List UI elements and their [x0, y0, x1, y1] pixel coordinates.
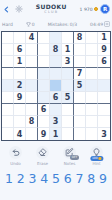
notes-off-badge: OFF: [70, 155, 79, 160]
score-group: 0: [26, 22, 35, 27]
cell-r3c4[interactable]: [38, 56, 50, 68]
hint-button[interactable]: 100 Hint: [88, 146, 105, 166]
cell-r8c7[interactable]: [74, 116, 86, 128]
cell-r5c2[interactable]: 2: [14, 80, 26, 92]
cell-r3c3[interactable]: [26, 56, 38, 68]
cell-r1c9[interactable]: 1: [98, 32, 110, 44]
cell-r6c3[interactable]: [26, 92, 38, 104]
hint-label: Hint: [92, 161, 100, 166]
cell-r7c5[interactable]: [50, 104, 62, 116]
cell-r4c4[interactable]: [38, 68, 50, 80]
cell-r2c1[interactable]: [2, 44, 14, 56]
cell-r5c8[interactable]: [86, 80, 98, 92]
mistakes-label: Mistakes:: [48, 22, 69, 27]
cell-r3c1[interactable]: [2, 56, 14, 68]
numpad-4[interactable]: 4: [39, 171, 49, 186]
mistakes-value: 0/3: [70, 22, 77, 27]
difficulty-label[interactable]: Hard: [2, 22, 13, 27]
undo-label: Undo: [10, 161, 20, 166]
cell-r7c9[interactable]: [98, 104, 110, 116]
cell-r8c1[interactable]: [2, 116, 14, 128]
timer-value: 04:49: [90, 22, 103, 27]
cell-r7c3[interactable]: [26, 104, 38, 116]
cell-r7c1[interactable]: [2, 104, 14, 116]
numpad-9[interactable]: 9: [98, 171, 108, 186]
cell-r7c7[interactable]: [74, 104, 86, 116]
cell-r2c8[interactable]: [86, 44, 98, 56]
gear-icon: [15, 5, 23, 13]
pause-button[interactable]: [104, 21, 110, 27]
cell-r1c1[interactable]: [2, 32, 14, 44]
cell-r9c4[interactable]: 9: [38, 128, 50, 140]
cell-r1c8[interactable]: [86, 32, 98, 44]
hint-cost-badge: 100: [90, 156, 103, 161]
cell-r4c6[interactable]: [62, 68, 74, 80]
cell-r8c8[interactable]: [86, 116, 98, 128]
undo-icon: [9, 146, 22, 159]
number-pad: 123456789: [0, 171, 112, 186]
eraser-icon: [36, 146, 49, 159]
cell-r5c7[interactable]: 5: [74, 80, 86, 92]
cell-r6c9[interactable]: [98, 92, 110, 104]
trophy-icon: [26, 22, 31, 27]
hint-cost-value: 100: [92, 157, 98, 161]
coin-count: 1 970: [80, 7, 93, 12]
toolbar: Undo Erase OFF Notes 10: [0, 146, 112, 166]
cell-r4c2[interactable]: [14, 68, 26, 80]
cell-r8c9[interactable]: [98, 116, 110, 128]
cell-r9c3[interactable]: [26, 128, 38, 140]
notes-button[interactable]: OFF Notes: [61, 146, 78, 166]
cell-r2c4[interactable]: [38, 44, 50, 56]
cell-r6c5[interactable]: 6: [50, 92, 62, 104]
mistakes-group: Mistakes: 0/3: [48, 22, 77, 27]
cell-r6c2[interactable]: 9: [14, 92, 26, 104]
hint-bulb-icon: 100: [90, 146, 103, 159]
cell-r3c5[interactable]: [50, 56, 62, 68]
cell-r8c2[interactable]: [14, 116, 26, 128]
cell-r9c9[interactable]: 3: [98, 128, 110, 140]
back-chevron-icon: [3, 6, 10, 13]
avatar[interactable]: R: [100, 4, 110, 14]
cell-r3c9[interactable]: 6: [98, 56, 110, 68]
cell-r4c5[interactable]: [50, 68, 62, 80]
cell-r9c1[interactable]: [2, 128, 14, 140]
cell-r4c1[interactable]: [2, 68, 14, 80]
cell-r3c2[interactable]: 1: [14, 56, 26, 68]
cell-r6c7[interactable]: [74, 92, 86, 104]
hint-coin-icon: [99, 157, 102, 160]
cell-r5c5[interactable]: [50, 80, 62, 92]
header: SUDOKU CLUB 1 970 R: [0, 0, 112, 15]
notes-label: Notes: [64, 161, 76, 166]
cell-r5c1[interactable]: [2, 80, 14, 92]
cell-r1c6[interactable]: [62, 32, 74, 44]
cell-r2c7[interactable]: [74, 44, 86, 56]
cell-r6c4[interactable]: [38, 92, 50, 104]
cell-r3c7[interactable]: [74, 56, 86, 68]
cell-r9c5[interactable]: 1: [50, 128, 62, 140]
score-value: 0: [32, 22, 35, 27]
numpad-8[interactable]: 8: [86, 171, 96, 186]
cell-r7c2[interactable]: [14, 104, 26, 116]
numpad-5[interactable]: 5: [51, 171, 61, 186]
erase-button[interactable]: Erase: [34, 146, 51, 166]
subtitle-text: CLUB: [23, 11, 80, 15]
cell-r9c7[interactable]: [74, 128, 86, 140]
numpad-7[interactable]: 7: [75, 171, 85, 186]
cell-r5c4[interactable]: [38, 80, 50, 92]
numpad-1[interactable]: 1: [4, 171, 14, 186]
numpad-2[interactable]: 2: [16, 171, 26, 186]
timer-group: 04:49: [90, 21, 110, 27]
cell-r9c8[interactable]: [86, 128, 98, 140]
notes-icon: OFF: [63, 146, 76, 159]
coin-icon: [94, 7, 99, 12]
title-text: SUDOKU: [23, 4, 80, 10]
cell-r7c6[interactable]: [62, 104, 74, 116]
cell-r2c3[interactable]: [26, 44, 38, 56]
numpad-6[interactable]: 6: [63, 171, 73, 186]
cell-r3c6[interactable]: 3: [62, 56, 74, 68]
settings-button[interactable]: [15, 5, 23, 13]
cell-r4c9[interactable]: [98, 68, 110, 80]
cell-r5c6[interactable]: [62, 80, 74, 92]
cell-r2c9[interactable]: 9: [98, 44, 110, 56]
cell-r1c2[interactable]: [14, 32, 26, 44]
cell-r5c3[interactable]: [26, 80, 38, 92]
cell-r8c5[interactable]: 3: [50, 116, 62, 128]
cell-r6c1[interactable]: [2, 92, 14, 104]
cell-r6c6[interactable]: 5: [62, 92, 74, 104]
cell-r1c5[interactable]: [50, 32, 62, 44]
sudoku-board[interactable]: 48168191367259656834913: [1, 31, 111, 141]
cell-r6c8[interactable]: [86, 92, 98, 104]
cell-r9c2[interactable]: 4: [14, 128, 26, 140]
cell-r3c8[interactable]: [86, 56, 98, 68]
cell-r4c8[interactable]: [86, 68, 98, 80]
cell-r2c5[interactable]: 8: [50, 44, 62, 56]
cell-r1c4[interactable]: [38, 32, 50, 44]
cell-r7c8[interactable]: [86, 104, 98, 116]
cell-r8c3[interactable]: 8: [26, 116, 38, 128]
cell-r7c4[interactable]: 6: [38, 104, 50, 116]
erase-label: Erase: [37, 161, 48, 166]
cell-r4c3[interactable]: [26, 68, 38, 80]
undo-button[interactable]: Undo: [7, 146, 24, 166]
cell-r2c6[interactable]: 1: [62, 44, 74, 56]
cell-r4c7[interactable]: 7: [74, 68, 86, 80]
cell-r8c6[interactable]: [62, 116, 74, 128]
cell-r9c6[interactable]: [62, 128, 74, 140]
cell-r5c9[interactable]: [98, 80, 110, 92]
cell-r1c7[interactable]: 8: [74, 32, 86, 44]
stats-bar: Hard 0 Mistakes: 0/3 04:49: [0, 21, 112, 27]
cell-r1c3[interactable]: 4: [26, 32, 38, 44]
cell-r2c2[interactable]: 6: [14, 44, 26, 56]
app-title: SUDOKU CLUB: [23, 4, 80, 15]
cell-r8c4[interactable]: [38, 116, 50, 128]
back-button[interactable]: [3, 6, 10, 13]
numpad-3[interactable]: 3: [28, 171, 38, 186]
coin-counter[interactable]: 1 970: [80, 7, 98, 12]
